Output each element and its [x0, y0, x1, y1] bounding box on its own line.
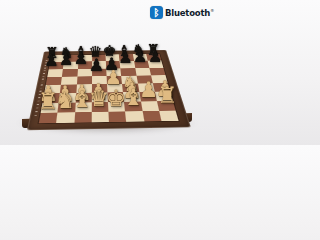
square-d1	[91, 112, 108, 123]
square-e1	[108, 111, 126, 122]
bluetooth-rune-glyph: ᛒ	[153, 7, 159, 17]
piece-white-bishop-f1: ♝	[123, 86, 143, 108]
piece-black-pawn-b7: ♟	[59, 52, 73, 68]
piece-black-pawn-f7: ♟	[118, 50, 132, 66]
bluetooth-label: Bluetooth®	[165, 8, 214, 18]
piece-black-pawn-d6: ♟	[89, 57, 104, 74]
piece-black-pawn-g7: ♟	[133, 49, 147, 65]
piece-black-pawn-c7: ♟	[74, 51, 88, 67]
piece-black-pawn-h7: ♟	[148, 49, 162, 65]
product-photo-scene: ♜♞♝♛♚♝♞♜♟♟♟♟♟♟♟♟♟♞♟♟♟♟♟♟♟♜♞♝♛♚♝♜ ᛒ Bluet…	[0, 0, 218, 145]
piece-black-pawn-a7: ♟	[44, 53, 58, 69]
bluetooth-icon: ᛒ	[150, 6, 163, 19]
piece-white-rook-h1: ♜	[157, 84, 177, 106]
bluetooth-branding: ᛒ Bluetooth®	[150, 6, 214, 19]
square-h1	[159, 110, 179, 121]
square-a1	[39, 112, 58, 123]
square-c1	[74, 112, 92, 123]
square-b1	[56, 112, 74, 123]
square-f1	[125, 111, 144, 122]
registered-mark: ®	[210, 8, 214, 13]
